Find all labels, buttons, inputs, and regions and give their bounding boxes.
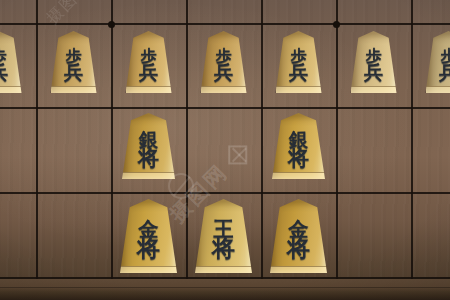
- piece-kanji-bottom: 兵: [439, 64, 450, 81]
- piece-kanji-bottom: 兵: [64, 64, 83, 81]
- grid-line-vertical: [111, 0, 113, 279]
- shogi-piece-ginsho-silver[interactable]: 銀将: [272, 113, 325, 179]
- shogi-piece-fuhyo-pawn[interactable]: 歩兵: [51, 31, 97, 93]
- piece-kanji-bottom: 兵: [364, 64, 383, 81]
- shogi-piece-fuhyo-pawn[interactable]: 歩兵: [0, 31, 22, 93]
- grid-line-horizontal: [0, 107, 450, 109]
- shogi-piece-fuhyo-pawn[interactable]: 歩兵: [126, 31, 172, 93]
- shogi-piece-osho-king[interactable]: 王将: [195, 199, 252, 273]
- grid-line-vertical: [36, 0, 38, 279]
- shogi-piece-kinsho-gold[interactable]: 金将: [270, 199, 327, 273]
- shogi-piece-fuhyo-pawn[interactable]: 歩兵: [276, 31, 322, 93]
- watermark-diamond-logo-icon: [228, 145, 247, 164]
- piece-kanji-bottom: 将: [288, 149, 309, 168]
- shogi-piece-fuhyo-pawn[interactable]: 歩兵: [426, 31, 450, 93]
- piece-kanji-bottom: 将: [137, 238, 160, 259]
- piece-kanji-bottom: 将: [287, 238, 310, 259]
- piece-kanji-bottom: 兵: [0, 64, 8, 81]
- grid-line-horizontal: [0, 192, 450, 194]
- grid-line-vertical: [261, 0, 263, 279]
- shogi-piece-kinsho-gold[interactable]: 金将: [120, 199, 177, 273]
- piece-kanji-bottom: 兵: [289, 64, 308, 81]
- shogi-piece-ginsho-silver[interactable]: 銀将: [122, 113, 175, 179]
- shogi-piece-fuhyo-pawn[interactable]: 歩兵: [201, 31, 247, 93]
- piece-kanji-bottom: 将: [138, 149, 159, 168]
- grid-line-vertical: [336, 0, 338, 279]
- grid-line-vertical: [411, 0, 413, 279]
- piece-kanji-bottom: 将: [212, 238, 235, 259]
- star-point-dot: [333, 21, 340, 28]
- grid-line-vertical: [186, 0, 188, 279]
- grid-line-horizontal: [0, 23, 450, 25]
- board-bottom-edge: [0, 279, 450, 300]
- piece-kanji-bottom: 兵: [139, 64, 158, 81]
- piece-kanji-bottom: 兵: [214, 64, 233, 81]
- shogi-board[interactable]: 歩兵歩兵歩兵歩兵歩兵歩兵歩兵銀将銀将金将王将金将 摄图网 摄图网: [0, 0, 450, 300]
- shogi-piece-fuhyo-pawn[interactable]: 歩兵: [351, 31, 397, 93]
- star-point-dot: [108, 21, 115, 28]
